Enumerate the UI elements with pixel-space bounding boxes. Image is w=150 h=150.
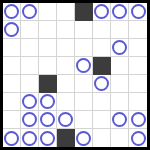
board-cell-r6c0[interactable] [3, 111, 21, 129]
board-cell-r5c1[interactable] [21, 93, 39, 111]
board-cell-r4c3[interactable] [57, 75, 75, 93]
board-cell-r6c6[interactable] [111, 111, 129, 129]
circle-mark [22, 4, 37, 19]
board-cell-r4c1[interactable] [21, 75, 39, 93]
board-cell-r5c6[interactable] [111, 93, 129, 111]
board-cell-r1c2[interactable] [39, 21, 57, 39]
board-cell-r3c6[interactable] [111, 57, 129, 75]
board-cell-r7c6[interactable] [111, 129, 129, 147]
board-cell-r3c1[interactable] [21, 57, 39, 75]
circle-mark [4, 131, 19, 146]
board-cell-r2c7[interactable] [129, 39, 147, 57]
circle-mark [40, 94, 55, 109]
board-cell-r2c3[interactable] [57, 39, 75, 57]
circle-mark [131, 112, 146, 127]
puzzle-board [0, 0, 150, 150]
board-cell-r4c6[interactable] [111, 75, 129, 93]
circle-mark [94, 76, 109, 91]
board-cell-r5c3[interactable] [57, 93, 75, 111]
board-cell-r4c0[interactable] [3, 75, 21, 93]
board-cell-r6c1[interactable] [21, 111, 39, 129]
board-cell-r1c5[interactable] [93, 21, 111, 39]
board-cell-r7c0[interactable] [3, 129, 21, 147]
board-cell-r5c0[interactable] [3, 93, 21, 111]
board-cell-r2c2[interactable] [39, 39, 57, 57]
board-cell-r2c4[interactable] [75, 39, 93, 57]
board-cell-r7c5[interactable] [93, 129, 111, 147]
circle-mark [112, 112, 127, 127]
board-cell-r0c5[interactable] [93, 3, 111, 21]
board-cell-r3c3[interactable] [57, 57, 75, 75]
board-cell-r4c5[interactable] [93, 75, 111, 93]
board-cell-r4c7[interactable] [129, 75, 147, 93]
board-cell-r7c2[interactable] [39, 129, 57, 147]
board-cell-r5c5[interactable] [93, 93, 111, 111]
board-cell-r6c3[interactable] [57, 111, 75, 129]
board-cell-r6c4[interactable] [75, 111, 93, 129]
board-cell-r0c7[interactable] [129, 3, 147, 21]
board-cell-r1c3[interactable] [57, 21, 75, 39]
circle-mark [76, 131, 91, 146]
board-cell-r0c3[interactable] [57, 3, 75, 21]
board-cell-r6c5[interactable] [93, 111, 111, 129]
circle-mark [22, 112, 37, 127]
board-cell-r0c0[interactable] [3, 3, 21, 21]
circle-mark [4, 22, 19, 37]
puzzle-board-grid [3, 3, 147, 147]
board-cell-r3c0[interactable] [3, 57, 21, 75]
circle-mark [4, 4, 19, 19]
board-cell-r0c4[interactable] [75, 3, 93, 21]
circle-mark [112, 4, 127, 19]
board-cell-r0c2[interactable] [39, 3, 57, 21]
board-cell-r5c2[interactable] [39, 93, 57, 111]
board-cell-r2c1[interactable] [21, 39, 39, 57]
circle-mark [76, 58, 91, 73]
circle-mark [58, 112, 73, 127]
circle-mark [112, 40, 127, 55]
circle-mark [40, 112, 55, 127]
board-cell-r2c6[interactable] [111, 39, 129, 57]
board-cell-r7c4[interactable] [75, 129, 93, 147]
board-cell-r3c5[interactable] [93, 57, 111, 75]
circle-mark [131, 4, 146, 19]
board-cell-r2c5[interactable] [93, 39, 111, 57]
board-cell-r3c7[interactable] [129, 57, 147, 75]
board-cell-r6c7[interactable] [129, 111, 147, 129]
circle-mark [131, 131, 146, 146]
board-cell-r4c4[interactable] [75, 75, 93, 93]
board-cell-r0c1[interactable] [21, 3, 39, 21]
board-cell-r1c7[interactable] [129, 21, 147, 39]
board-cell-r1c0[interactable] [3, 21, 21, 39]
board-cell-r3c4[interactable] [75, 57, 93, 75]
board-cell-r1c4[interactable] [75, 21, 93, 39]
circle-mark [22, 131, 37, 146]
board-cell-r7c1[interactable] [21, 129, 39, 147]
board-cell-r4c2[interactable] [39, 75, 57, 93]
board-cell-r0c6[interactable] [111, 3, 129, 21]
board-cell-r5c4[interactable] [75, 93, 93, 111]
board-cell-r1c6[interactable] [111, 21, 129, 39]
board-cell-r7c3[interactable] [57, 129, 75, 147]
circle-mark [40, 131, 55, 146]
board-cell-r5c7[interactable] [129, 93, 147, 111]
circle-mark [94, 4, 109, 19]
board-cell-r2c0[interactable] [3, 39, 21, 57]
circle-mark [22, 94, 37, 109]
board-cell-r1c1[interactable] [21, 21, 39, 39]
board-cell-r3c2[interactable] [39, 57, 57, 75]
board-cell-r6c2[interactable] [39, 111, 57, 129]
board-cell-r7c7[interactable] [129, 129, 147, 147]
